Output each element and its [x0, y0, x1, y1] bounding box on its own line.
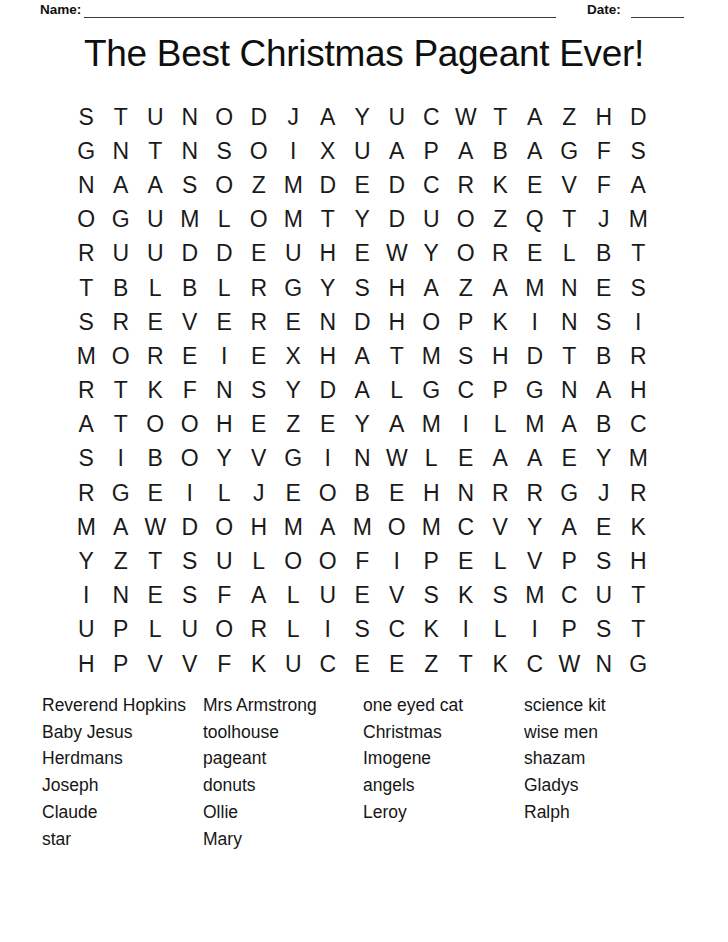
- grid-cell: M: [518, 579, 553, 613]
- grid-cell: G: [552, 134, 587, 168]
- grid-cell: D: [242, 100, 277, 134]
- grid-cell: F: [207, 579, 242, 613]
- word-item: Christmas: [363, 719, 463, 746]
- grid-cell: O: [276, 544, 311, 578]
- grid-cell: U: [173, 613, 208, 647]
- grid-cell: E: [173, 339, 208, 373]
- grid-cell: Q: [518, 203, 553, 237]
- grid-cell: V: [552, 168, 587, 202]
- word-item: Reverend Hopkins: [42, 692, 186, 719]
- grid-cell: L: [483, 408, 518, 442]
- grid-cell: G: [276, 442, 311, 476]
- grid-cell: K: [414, 613, 449, 647]
- grid-cell: S: [621, 134, 656, 168]
- grid-cell: N: [345, 442, 380, 476]
- grid-cell: S: [483, 579, 518, 613]
- grid-cell: N: [69, 168, 104, 202]
- grid-cell: S: [173, 168, 208, 202]
- grid-cell: W: [380, 442, 415, 476]
- grid-cell: L: [276, 579, 311, 613]
- word-item: Herdmans: [42, 745, 186, 772]
- grid-cell: H: [380, 271, 415, 305]
- grid-cell: Y: [207, 442, 242, 476]
- grid-cell: E: [518, 237, 553, 271]
- grid-cell: I: [449, 408, 484, 442]
- grid-cell: M: [345, 510, 380, 544]
- grid-cell: R: [621, 476, 656, 510]
- grid-cell: K: [242, 647, 277, 681]
- grid-cell: Y: [345, 203, 380, 237]
- grid-cell: A: [380, 134, 415, 168]
- grid-cell: Z: [449, 271, 484, 305]
- word-item: Mary: [203, 826, 317, 853]
- grid-cell: H: [621, 374, 656, 408]
- grid-cell: T: [69, 271, 104, 305]
- grid-cell: E: [345, 237, 380, 271]
- grid-cell: B: [483, 134, 518, 168]
- grid-cell: O: [311, 544, 346, 578]
- grid-cell: Z: [276, 408, 311, 442]
- grid-cell: L: [276, 613, 311, 647]
- grid-cell: I: [207, 339, 242, 373]
- name-fill-line: [84, 3, 556, 18]
- grid-cell: M: [414, 408, 449, 442]
- grid-cell: O: [207, 613, 242, 647]
- grid-cell: C: [449, 510, 484, 544]
- grid-cell: I: [104, 442, 139, 476]
- grid-cell: M: [276, 203, 311, 237]
- grid-cell: O: [242, 203, 277, 237]
- grid-cell: A: [414, 271, 449, 305]
- word-item: Joseph: [42, 772, 186, 799]
- grid-cell: L: [207, 203, 242, 237]
- grid-cell: S: [69, 305, 104, 339]
- grid-cell: R: [69, 237, 104, 271]
- grid-cell: T: [380, 339, 415, 373]
- grid-cell: U: [414, 203, 449, 237]
- grid-cell: A: [138, 168, 173, 202]
- grid-cell: R: [242, 613, 277, 647]
- grid-cell: E: [138, 305, 173, 339]
- grid-cell: B: [345, 476, 380, 510]
- puzzle-title: The Best Christmas Pageant Ever!: [0, 33, 728, 75]
- grid-cell: E: [518, 168, 553, 202]
- grid-cell: A: [552, 510, 587, 544]
- grid-cell: W: [138, 510, 173, 544]
- grid-cell: U: [207, 544, 242, 578]
- grid-cell: A: [518, 442, 553, 476]
- grid-cell: E: [276, 476, 311, 510]
- grid-cell: L: [138, 613, 173, 647]
- grid-cell: H: [242, 510, 277, 544]
- grid-cell: B: [587, 408, 622, 442]
- grid-cell: C: [311, 647, 346, 681]
- grid-cell: T: [621, 613, 656, 647]
- grid-cell: H: [621, 544, 656, 578]
- grid-cell: M: [173, 203, 208, 237]
- word-item: wise men: [524, 719, 606, 746]
- grid-cell: A: [242, 579, 277, 613]
- grid-cell: N: [173, 134, 208, 168]
- grid-cell: U: [138, 203, 173, 237]
- grid-cell: G: [276, 271, 311, 305]
- grid-cell: M: [414, 339, 449, 373]
- grid-cell: D: [345, 305, 380, 339]
- grid-cell: R: [242, 305, 277, 339]
- grid-cell: T: [621, 579, 656, 613]
- grid-cell: N: [587, 647, 622, 681]
- grid-cell: L: [207, 476, 242, 510]
- grid-cell: L: [242, 544, 277, 578]
- grid-cell: U: [138, 237, 173, 271]
- grid-cell: K: [621, 510, 656, 544]
- grid-cell: R: [69, 476, 104, 510]
- grid-cell: E: [242, 237, 277, 271]
- word-column-2: Mrs ArmstrongtoolhousepageantdonutsOllie…: [203, 692, 317, 852]
- grid-cell: Z: [483, 203, 518, 237]
- grid-cell: O: [242, 134, 277, 168]
- word-item: pageant: [203, 745, 317, 772]
- grid-cell: M: [621, 442, 656, 476]
- grid-cell: E: [587, 271, 622, 305]
- worksheet-page: Name: Date: The Best Christmas Pageant E…: [0, 0, 728, 942]
- grid-cell: A: [345, 339, 380, 373]
- grid-cell: O: [138, 408, 173, 442]
- grid-cell: B: [173, 271, 208, 305]
- word-item: Imogene: [363, 745, 463, 772]
- grid-cell: T: [621, 237, 656, 271]
- grid-cell: G: [69, 134, 104, 168]
- grid-cell: O: [414, 305, 449, 339]
- grid-cell: E: [138, 476, 173, 510]
- grid-cell: V: [242, 442, 277, 476]
- grid-cell: L: [138, 271, 173, 305]
- grid-cell: H: [414, 476, 449, 510]
- grid-cell: E: [380, 647, 415, 681]
- word-item: shazam: [524, 745, 606, 772]
- word-item: toolhouse: [203, 719, 317, 746]
- grid-cell: T: [552, 203, 587, 237]
- grid-cell: E: [138, 579, 173, 613]
- grid-cell: D: [311, 374, 346, 408]
- grid-cell: Z: [414, 647, 449, 681]
- grid-cell: U: [380, 100, 415, 134]
- grid-cell: A: [311, 100, 346, 134]
- grid-cell: C: [449, 374, 484, 408]
- grid-cell: J: [587, 203, 622, 237]
- grid-cell: I: [69, 579, 104, 613]
- date-label: Date:: [587, 2, 621, 17]
- grid-cell: H: [311, 237, 346, 271]
- word-item: angels: [363, 772, 463, 799]
- grid-cell: O: [311, 476, 346, 510]
- grid-cell: M: [69, 339, 104, 373]
- grid-cell: E: [242, 408, 277, 442]
- grid-cell: T: [104, 374, 139, 408]
- grid-cell: I: [380, 544, 415, 578]
- grid-cell: C: [414, 100, 449, 134]
- grid-cell: E: [276, 305, 311, 339]
- grid-cell: A: [69, 408, 104, 442]
- grid-cell: D: [380, 168, 415, 202]
- grid-cell: C: [380, 613, 415, 647]
- grid-cell: F: [207, 647, 242, 681]
- word-search-grid: STUNODJAYUCWTAZHDGNTNSOIXUAPABAGFSNAASOZ…: [69, 100, 656, 681]
- grid-cell: P: [104, 647, 139, 681]
- grid-cell: U: [276, 647, 311, 681]
- grid-cell: A: [311, 510, 346, 544]
- grid-cell: R: [69, 374, 104, 408]
- grid-cell: E: [380, 476, 415, 510]
- grid-cell: Y: [345, 408, 380, 442]
- grid-cell: K: [483, 305, 518, 339]
- grid-cell: N: [104, 134, 139, 168]
- grid-cell: U: [345, 134, 380, 168]
- grid-cell: U: [138, 100, 173, 134]
- grid-cell: Y: [414, 237, 449, 271]
- grid-cell: A: [483, 442, 518, 476]
- grid-cell: P: [414, 544, 449, 578]
- word-column-3: one eyed catChristmasImogeneangelsLeroy: [363, 692, 463, 826]
- grid-cell: L: [207, 271, 242, 305]
- word-item: Gladys: [524, 772, 606, 799]
- word-item: star: [42, 826, 186, 853]
- grid-cell: A: [104, 510, 139, 544]
- grid-cell: P: [449, 305, 484, 339]
- grid-cell: K: [138, 374, 173, 408]
- grid-cell: V: [483, 510, 518, 544]
- grid-cell: S: [207, 134, 242, 168]
- grid-cell: N: [552, 374, 587, 408]
- grid-cell: K: [449, 579, 484, 613]
- grid-cell: A: [518, 134, 553, 168]
- grid-cell: M: [518, 408, 553, 442]
- grid-cell: C: [518, 647, 553, 681]
- grid-cell: E: [207, 305, 242, 339]
- grid-cell: O: [449, 203, 484, 237]
- grid-cell: U: [69, 613, 104, 647]
- grid-cell: S: [173, 544, 208, 578]
- grid-cell: D: [380, 203, 415, 237]
- grid-cell: G: [104, 203, 139, 237]
- grid-cell: W: [380, 237, 415, 271]
- grid-cell: D: [621, 100, 656, 134]
- word-item: Claude: [42, 799, 186, 826]
- word-item: Ralph: [524, 799, 606, 826]
- grid-cell: E: [311, 408, 346, 442]
- grid-cell: H: [207, 408, 242, 442]
- grid-cell: E: [242, 339, 277, 373]
- grid-cell: R: [518, 476, 553, 510]
- grid-cell: J: [242, 476, 277, 510]
- grid-cell: J: [276, 100, 311, 134]
- grid-cell: T: [138, 134, 173, 168]
- grid-cell: W: [552, 647, 587, 681]
- grid-cell: R: [449, 168, 484, 202]
- grid-cell: T: [311, 203, 346, 237]
- grid-cell: O: [207, 510, 242, 544]
- grid-cell: S: [587, 613, 622, 647]
- grid-cell: G: [518, 374, 553, 408]
- grid-cell: K: [483, 647, 518, 681]
- grid-cell: P: [104, 613, 139, 647]
- grid-cell: V: [380, 579, 415, 613]
- grid-cell: U: [587, 579, 622, 613]
- grid-cell: I: [449, 613, 484, 647]
- grid-cell: L: [414, 442, 449, 476]
- grid-cell: E: [552, 442, 587, 476]
- grid-cell: G: [552, 476, 587, 510]
- grid-cell: M: [276, 168, 311, 202]
- grid-cell: M: [621, 203, 656, 237]
- grid-cell: C: [621, 408, 656, 442]
- grid-cell: D: [311, 168, 346, 202]
- grid-cell: S: [621, 271, 656, 305]
- grid-cell: E: [345, 647, 380, 681]
- grid-cell: R: [138, 339, 173, 373]
- word-item: science kit: [524, 692, 606, 719]
- grid-cell: X: [276, 339, 311, 373]
- grid-cell: Y: [276, 374, 311, 408]
- grid-cell: Z: [242, 168, 277, 202]
- grid-cell: O: [173, 442, 208, 476]
- grid-cell: A: [518, 100, 553, 134]
- grid-cell: F: [587, 134, 622, 168]
- grid-cell: R: [242, 271, 277, 305]
- word-item: one eyed cat: [363, 692, 463, 719]
- grid-cell: A: [380, 408, 415, 442]
- grid-cell: N: [449, 476, 484, 510]
- grid-cell: U: [311, 579, 346, 613]
- grid-cell: B: [104, 271, 139, 305]
- grid-cell: B: [138, 442, 173, 476]
- word-item: donuts: [203, 772, 317, 799]
- grid-cell: V: [138, 647, 173, 681]
- grid-cell: C: [414, 168, 449, 202]
- grid-cell: O: [173, 408, 208, 442]
- grid-cell: T: [104, 408, 139, 442]
- grid-cell: B: [587, 339, 622, 373]
- grid-cell: S: [345, 271, 380, 305]
- grid-cell: P: [414, 134, 449, 168]
- word-column-1: Reverend HopkinsBaby JesusHerdmansJoseph…: [42, 692, 186, 852]
- grid-cell: N: [173, 100, 208, 134]
- grid-cell: Z: [104, 544, 139, 578]
- grid-cell: H: [587, 100, 622, 134]
- word-item: Leroy: [363, 799, 463, 826]
- grid-cell: S: [69, 442, 104, 476]
- grid-cell: M: [276, 510, 311, 544]
- grid-cell: C: [552, 579, 587, 613]
- grid-cell: Y: [587, 442, 622, 476]
- grid-cell: I: [518, 613, 553, 647]
- grid-cell: O: [207, 168, 242, 202]
- grid-cell: M: [69, 510, 104, 544]
- grid-cell: D: [207, 237, 242, 271]
- grid-cell: O: [380, 510, 415, 544]
- grid-cell: S: [242, 374, 277, 408]
- grid-cell: M: [518, 271, 553, 305]
- grid-cell: T: [104, 100, 139, 134]
- grid-cell: I: [276, 134, 311, 168]
- grid-cell: G: [414, 374, 449, 408]
- grid-cell: N: [104, 579, 139, 613]
- grid-cell: S: [587, 544, 622, 578]
- grid-cell: S: [345, 613, 380, 647]
- grid-cell: A: [552, 408, 587, 442]
- word-item: Mrs Armstrong: [203, 692, 317, 719]
- grid-cell: R: [483, 237, 518, 271]
- grid-cell: B: [587, 237, 622, 271]
- grid-cell: E: [449, 442, 484, 476]
- grid-cell: F: [173, 374, 208, 408]
- grid-cell: U: [276, 237, 311, 271]
- word-column-4: science kitwise menshazamGladysRalph: [524, 692, 606, 826]
- grid-cell: N: [552, 305, 587, 339]
- grid-cell: P: [552, 544, 587, 578]
- grid-cell: O: [69, 203, 104, 237]
- grid-cell: L: [483, 544, 518, 578]
- grid-cell: D: [173, 237, 208, 271]
- name-label: Name:: [40, 2, 81, 17]
- grid-cell: F: [587, 168, 622, 202]
- grid-cell: S: [69, 100, 104, 134]
- grid-cell: I: [518, 305, 553, 339]
- grid-cell: A: [345, 374, 380, 408]
- word-item: Baby Jesus: [42, 719, 186, 746]
- grid-cell: S: [414, 579, 449, 613]
- grid-cell: M: [414, 510, 449, 544]
- grid-cell: Z: [552, 100, 587, 134]
- grid-cell: O: [207, 100, 242, 134]
- grid-cell: T: [483, 100, 518, 134]
- grid-cell: S: [587, 305, 622, 339]
- date-fill-line: [631, 3, 684, 18]
- grid-cell: A: [483, 271, 518, 305]
- grid-cell: L: [552, 237, 587, 271]
- grid-cell: Y: [518, 510, 553, 544]
- grid-cell: I: [173, 476, 208, 510]
- grid-cell: S: [449, 339, 484, 373]
- grid-cell: Y: [69, 544, 104, 578]
- grid-cell: V: [173, 305, 208, 339]
- grid-cell: W: [449, 100, 484, 134]
- grid-cell: H: [311, 339, 346, 373]
- grid-cell: I: [311, 442, 346, 476]
- grid-cell: J: [587, 476, 622, 510]
- grid-cell: O: [104, 339, 139, 373]
- grid-cell: A: [449, 134, 484, 168]
- grid-cell: G: [621, 647, 656, 681]
- grid-cell: H: [483, 339, 518, 373]
- grid-cell: K: [483, 168, 518, 202]
- grid-cell: R: [483, 476, 518, 510]
- grid-cell: V: [518, 544, 553, 578]
- grid-cell: N: [552, 271, 587, 305]
- grid-cell: H: [69, 647, 104, 681]
- grid-cell: D: [518, 339, 553, 373]
- grid-cell: T: [552, 339, 587, 373]
- grid-cell: P: [483, 374, 518, 408]
- grid-cell: E: [345, 579, 380, 613]
- grid-cell: N: [207, 374, 242, 408]
- grid-cell: L: [380, 374, 415, 408]
- grid-cell: D: [173, 510, 208, 544]
- grid-cell: X: [311, 134, 346, 168]
- grid-cell: T: [449, 647, 484, 681]
- grid-cell: S: [173, 579, 208, 613]
- grid-cell: Y: [311, 271, 346, 305]
